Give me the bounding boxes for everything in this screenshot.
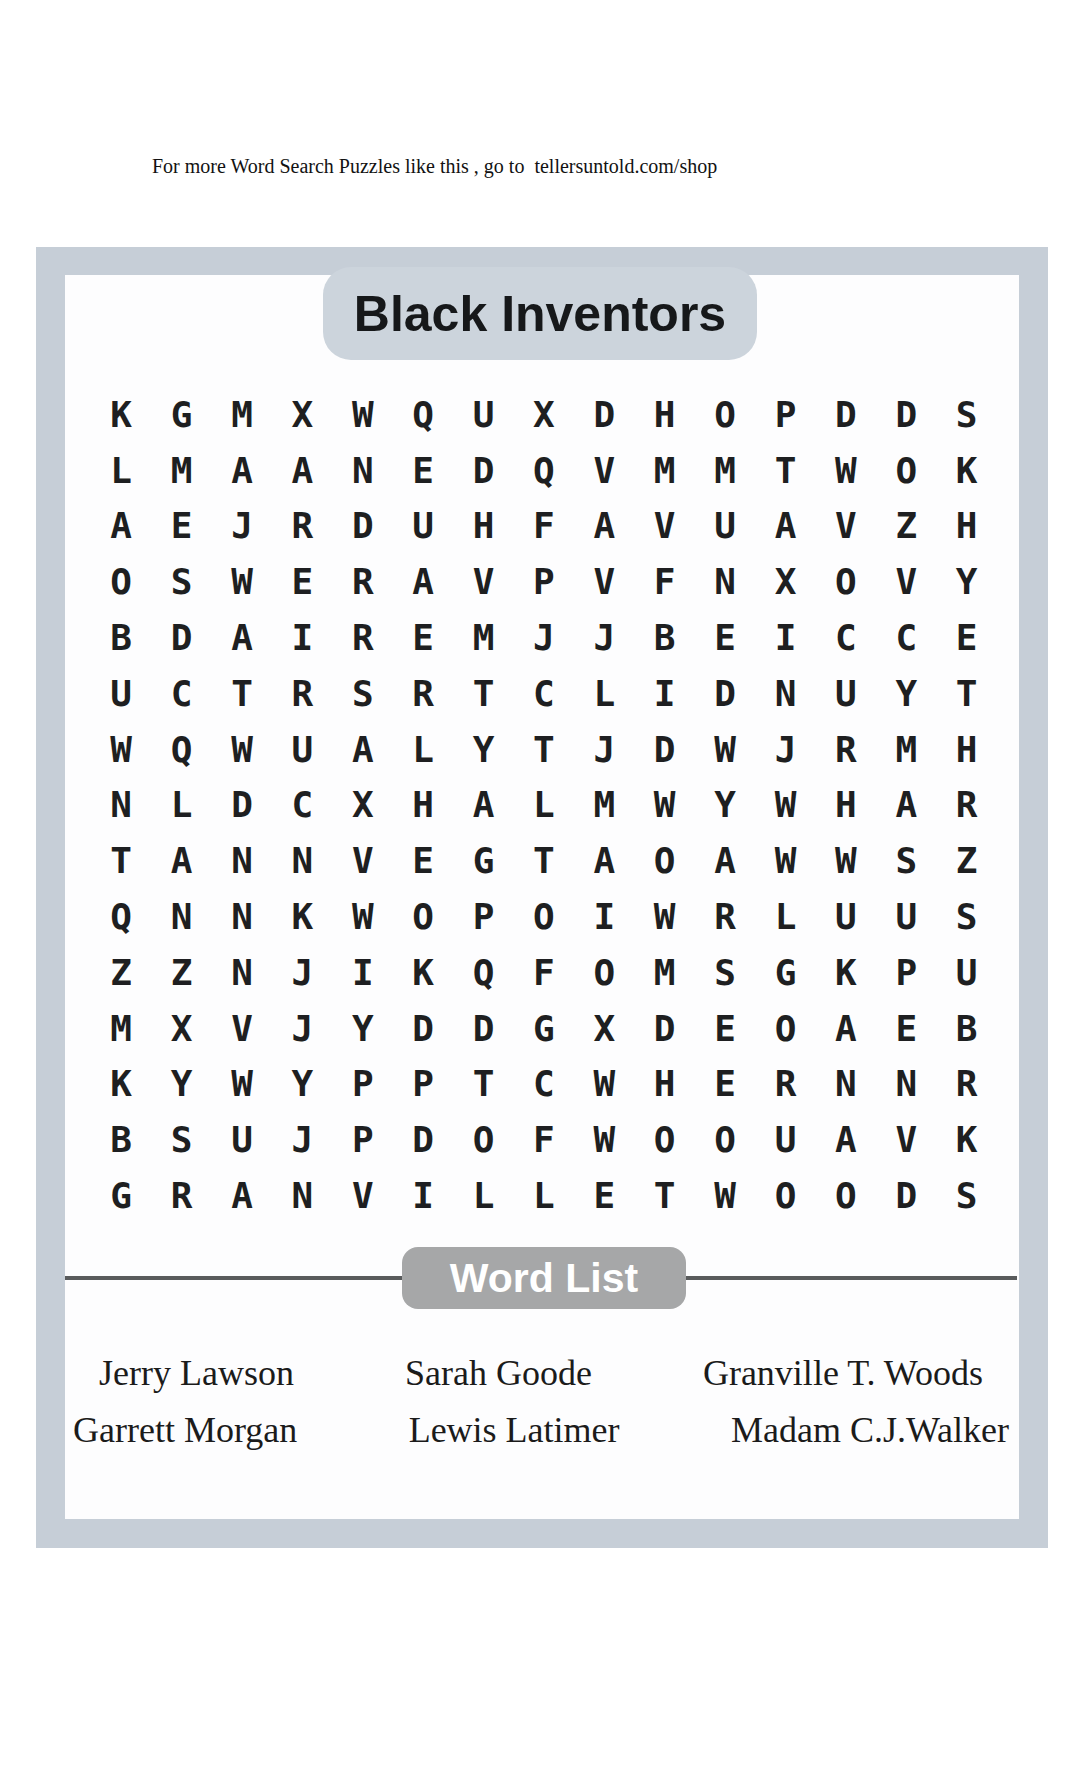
- grid-cell-r10c14[interactable]: U: [876, 889, 936, 945]
- shop-link[interactable]: tellersuntold.com/shop: [534, 155, 717, 177]
- grid-cell-r4c1[interactable]: O: [91, 554, 151, 610]
- grid-cell-r2c6[interactable]: E: [393, 443, 453, 499]
- grid-cell-r2c9[interactable]: V: [574, 443, 634, 499]
- grid-cell-r8c13[interactable]: H: [816, 778, 876, 834]
- grid-cell-r10c4[interactable]: K: [272, 889, 332, 945]
- grid-cell-r11c3[interactable]: N: [212, 945, 272, 1001]
- grid-cell-r9c8[interactable]: T: [514, 833, 574, 889]
- grid-cell-r6c7[interactable]: T: [453, 666, 513, 722]
- grid-cell-r13c14[interactable]: N: [876, 1057, 936, 1113]
- grid-cell-r2c10[interactable]: M: [635, 443, 695, 499]
- grid-cell-r7c3[interactable]: W: [212, 722, 272, 778]
- grid-cell-r6c3[interactable]: T: [212, 666, 272, 722]
- grid-cell-r7c2[interactable]: Q: [151, 722, 211, 778]
- grid-cell-r12c10[interactable]: D: [635, 1001, 695, 1057]
- grid-cell-r5c8[interactable]: J: [514, 610, 574, 666]
- grid-cell-r1c6[interactable]: Q: [393, 387, 453, 443]
- grid-cell-r12c13[interactable]: A: [816, 1001, 876, 1057]
- grid-cell-r7c10[interactable]: D: [635, 722, 695, 778]
- grid-cell-r8c15[interactable]: R: [936, 778, 996, 834]
- grid-cell-r13c5[interactable]: P: [333, 1057, 393, 1113]
- grid-cell-r3c13[interactable]: V: [816, 499, 876, 555]
- grid-cell-r11c13[interactable]: K: [816, 945, 876, 1001]
- grid-cell-r10c8[interactable]: O: [514, 889, 574, 945]
- grid-cell-r5c13[interactable]: C: [816, 610, 876, 666]
- grid-cell-r7c9[interactable]: J: [574, 722, 634, 778]
- grid-cell-r2c14[interactable]: O: [876, 443, 936, 499]
- grid-cell-r4c15[interactable]: Y: [936, 554, 996, 610]
- grid-cell-r1c5[interactable]: W: [333, 387, 393, 443]
- grid-cell-r8c11[interactable]: Y: [695, 778, 755, 834]
- grid-cell-r2c5[interactable]: N: [333, 443, 393, 499]
- grid-cell-r5c4[interactable]: I: [272, 610, 332, 666]
- grid-cell-r15c12[interactable]: O: [755, 1168, 815, 1224]
- grid-cell-r15c5[interactable]: V: [333, 1168, 393, 1224]
- grid-cell-r4c5[interactable]: R: [333, 554, 393, 610]
- grid-cell-r3c9[interactable]: A: [574, 499, 634, 555]
- grid-cell-r5c11[interactable]: E: [695, 610, 755, 666]
- grid-cell-r15c4[interactable]: N: [272, 1168, 332, 1224]
- grid-cell-r12c4[interactable]: J: [272, 1001, 332, 1057]
- grid-cell-r6c11[interactable]: D: [695, 666, 755, 722]
- grid-cell-r13c13[interactable]: N: [816, 1057, 876, 1113]
- grid-cell-r9c10[interactable]: O: [635, 833, 695, 889]
- grid-cell-r2c15[interactable]: K: [936, 443, 996, 499]
- grid-cell-r3c8[interactable]: F: [514, 499, 574, 555]
- grid-cell-r14c7[interactable]: O: [453, 1112, 513, 1168]
- grid-cell-r11c6[interactable]: K: [393, 945, 453, 1001]
- grid-cell-r14c1[interactable]: B: [91, 1112, 151, 1168]
- grid-cell-r11c14[interactable]: P: [876, 945, 936, 1001]
- grid-cell-r3c1[interactable]: A: [91, 499, 151, 555]
- grid-cell-r10c6[interactable]: O: [393, 889, 453, 945]
- grid-cell-r4c7[interactable]: V: [453, 554, 513, 610]
- grid-cell-r1c10[interactable]: H: [635, 387, 695, 443]
- grid-cell-r5c5[interactable]: R: [333, 610, 393, 666]
- word-list-row-2: Garrett MorganLewis LatimerMadam C.J.Wal…: [65, 1409, 1017, 1451]
- grid-cell-r3c10[interactable]: V: [635, 499, 695, 555]
- word-item: Sarah Goode: [405, 1352, 592, 1394]
- grid-cell-r4c2[interactable]: S: [151, 554, 211, 610]
- grid-cell-r15c7[interactable]: L: [453, 1168, 513, 1224]
- header-note-text: For more Word Search Puzzles like this ,…: [152, 155, 524, 177]
- grid-cell-r12c11[interactable]: E: [695, 1001, 755, 1057]
- word-item: Jerry Lawson: [99, 1352, 294, 1394]
- grid-cell-r4c6[interactable]: A: [393, 554, 453, 610]
- grid-cell-r5c3[interactable]: A: [212, 610, 272, 666]
- grid-cell-r11c12[interactable]: G: [755, 945, 815, 1001]
- word-item: Madam C.J.Walker: [731, 1409, 1009, 1451]
- grid-cell-r13c1[interactable]: K: [91, 1057, 151, 1113]
- grid-cell-r1c4[interactable]: X: [272, 387, 332, 443]
- word-item: Lewis Latimer: [409, 1409, 620, 1451]
- grid-cell-r5c7[interactable]: M: [453, 610, 513, 666]
- grid-cell-r12c12[interactable]: O: [755, 1001, 815, 1057]
- grid-cell-r7c6[interactable]: L: [393, 722, 453, 778]
- grid-cell-r9c5[interactable]: V: [333, 833, 393, 889]
- grid-cell-r7c12[interactable]: J: [755, 722, 815, 778]
- grid-cell-r14c5[interactable]: P: [333, 1112, 393, 1168]
- grid-cell-r5c2[interactable]: D: [151, 610, 211, 666]
- grid-cell-r10c9[interactable]: I: [574, 889, 634, 945]
- grid-cell-r15c8[interactable]: L: [514, 1168, 574, 1224]
- grid-cell-r10c13[interactable]: U: [816, 889, 876, 945]
- grid-cell-r15c1[interactable]: G: [91, 1168, 151, 1224]
- grid-cell-r13c11[interactable]: E: [695, 1057, 755, 1113]
- grid-cell-r13c4[interactable]: Y: [272, 1057, 332, 1113]
- grid-cell-r10c10[interactable]: W: [635, 889, 695, 945]
- grid-cell-r8c7[interactable]: A: [453, 778, 513, 834]
- grid-cell-r11c7[interactable]: Q: [453, 945, 513, 1001]
- grid-cell-r2c8[interactable]: Q: [514, 443, 574, 499]
- grid-cell-r11c9[interactable]: O: [574, 945, 634, 1001]
- grid-cell-r12c1[interactable]: M: [91, 1001, 151, 1057]
- puzzle-page: For more Word Search Puzzles like this ,…: [0, 0, 1088, 1792]
- grid-cell-r15c2[interactable]: R: [151, 1168, 211, 1224]
- grid-cell-r9c7[interactable]: G: [453, 833, 513, 889]
- grid-cell-r8c9[interactable]: M: [574, 778, 634, 834]
- grid-cell-r9c12[interactable]: W: [755, 833, 815, 889]
- grid-cell-r5c6[interactable]: E: [393, 610, 453, 666]
- grid-cell-r7c1[interactable]: W: [91, 722, 151, 778]
- grid-cell-r3c12[interactable]: A: [755, 499, 815, 555]
- grid-cell-r5c15[interactable]: E: [936, 610, 996, 666]
- grid-cell-r10c1[interactable]: Q: [91, 889, 151, 945]
- grid-cell-r2c11[interactable]: M: [695, 443, 755, 499]
- grid-cell-r13c7[interactable]: T: [453, 1057, 513, 1113]
- grid-cell-r11c4[interactable]: J: [272, 945, 332, 1001]
- grid-cell-r4c13[interactable]: O: [816, 554, 876, 610]
- grid-cell-r5c14[interactable]: C: [876, 610, 936, 666]
- grid-cell-r11c5[interactable]: I: [333, 945, 393, 1001]
- grid-cell-r13c2[interactable]: Y: [151, 1057, 211, 1113]
- grid-cell-r10c7[interactable]: P: [453, 889, 513, 945]
- letter-grid: KGMXWQUXDHOPDDSLMAANEDQVMMTWOKAEJRDUHFAV…: [91, 387, 997, 1224]
- grid-cell-r9c4[interactable]: N: [272, 833, 332, 889]
- grid-cell-r6c12[interactable]: N: [755, 666, 815, 722]
- grid-cell-r5c10[interactable]: B: [635, 610, 695, 666]
- grid-cell-r5c1[interactable]: B: [91, 610, 151, 666]
- grid-cell-r1c13[interactable]: D: [816, 387, 876, 443]
- grid-cell-r13c12[interactable]: R: [755, 1057, 815, 1113]
- grid-cell-r1c15[interactable]: S: [936, 387, 996, 443]
- grid-cell-r9c14[interactable]: S: [876, 833, 936, 889]
- grid-cell-r8c4[interactable]: C: [272, 778, 332, 834]
- grid-cell-r11c10[interactable]: M: [635, 945, 695, 1001]
- grid-cell-r15c14[interactable]: D: [876, 1168, 936, 1224]
- grid-cell-r4c14[interactable]: V: [876, 554, 936, 610]
- grid-cell-r15c15[interactable]: S: [936, 1168, 996, 1224]
- grid-cell-r2c7[interactable]: D: [453, 443, 513, 499]
- grid-cell-r3c3[interactable]: J: [212, 499, 272, 555]
- grid-cell-r3c6[interactable]: U: [393, 499, 453, 555]
- grid-cell-r12c5[interactable]: Y: [333, 1001, 393, 1057]
- grid-cell-r11c11[interactable]: S: [695, 945, 755, 1001]
- grid-cell-r12c3[interactable]: V: [212, 1001, 272, 1057]
- grid-cell-r4c9[interactable]: V: [574, 554, 634, 610]
- grid-cell-r2c12[interactable]: T: [755, 443, 815, 499]
- grid-cell-r6c10[interactable]: I: [635, 666, 695, 722]
- grid-cell-r12c8[interactable]: G: [514, 1001, 574, 1057]
- grid-cell-r1c3[interactable]: M: [212, 387, 272, 443]
- grid-cell-r15c11[interactable]: W: [695, 1168, 755, 1224]
- grid-cell-r9c15[interactable]: Z: [936, 833, 996, 889]
- grid-cell-r8c14[interactable]: A: [876, 778, 936, 834]
- grid-cell-r15c6[interactable]: I: [393, 1168, 453, 1224]
- grid-cell-r4c12[interactable]: X: [755, 554, 815, 610]
- grid-cell-r4c4[interactable]: E: [272, 554, 332, 610]
- grid-cell-r4c10[interactable]: F: [635, 554, 695, 610]
- grid-cell-r1c9[interactable]: D: [574, 387, 634, 443]
- grid-cell-r12c2[interactable]: X: [151, 1001, 211, 1057]
- grid-cell-r12c7[interactable]: D: [453, 1001, 513, 1057]
- grid-cell-r10c12[interactable]: L: [755, 889, 815, 945]
- grid-cell-r15c13[interactable]: O: [816, 1168, 876, 1224]
- grid-cell-r14c2[interactable]: S: [151, 1112, 211, 1168]
- grid-cell-r8c12[interactable]: W: [755, 778, 815, 834]
- grid-cell-r13c10[interactable]: H: [635, 1057, 695, 1113]
- grid-cell-r9c11[interactable]: A: [695, 833, 755, 889]
- grid-cell-r6c2[interactable]: C: [151, 666, 211, 722]
- grid-cell-r6c8[interactable]: C: [514, 666, 574, 722]
- grid-cell-r13c8[interactable]: C: [514, 1057, 574, 1113]
- grid-cell-r1c2[interactable]: G: [151, 387, 211, 443]
- grid-cell-r8c8[interactable]: L: [514, 778, 574, 834]
- grid-cell-r1c14[interactable]: D: [876, 387, 936, 443]
- grid-cell-r8c3[interactable]: D: [212, 778, 272, 834]
- grid-cell-r12c15[interactable]: B: [936, 1001, 996, 1057]
- grid-cell-r4c11[interactable]: N: [695, 554, 755, 610]
- grid-cell-r7c8[interactable]: T: [514, 722, 574, 778]
- grid-cell-r6c15[interactable]: T: [936, 666, 996, 722]
- grid-cell-r8c2[interactable]: L: [151, 778, 211, 834]
- grid-cell-r9c1[interactable]: T: [91, 833, 151, 889]
- grid-cell-r13c9[interactable]: W: [574, 1057, 634, 1113]
- word-item: Garrett Morgan: [73, 1409, 297, 1451]
- grid-cell-r8c10[interactable]: W: [635, 778, 695, 834]
- grid-cell-r7c14[interactable]: M: [876, 722, 936, 778]
- grid-cell-r14c6[interactable]: D: [393, 1112, 453, 1168]
- grid-cell-r13c15[interactable]: R: [936, 1057, 996, 1113]
- grid-cell-r7c4[interactable]: U: [272, 722, 332, 778]
- grid-cell-r7c15[interactable]: H: [936, 722, 996, 778]
- grid-cell-r15c3[interactable]: A: [212, 1168, 272, 1224]
- grid-cell-r14c3[interactable]: U: [212, 1112, 272, 1168]
- header-note: For more Word Search Puzzles like this ,…: [152, 155, 717, 178]
- grid-cell-r1c8[interactable]: X: [514, 387, 574, 443]
- grid-cell-r11c8[interactable]: F: [514, 945, 574, 1001]
- grid-cell-r8c5[interactable]: X: [333, 778, 393, 834]
- word-item: Granville T. Woods: [703, 1352, 983, 1394]
- grid-cell-r12c9[interactable]: X: [574, 1001, 634, 1057]
- grid-cell-r14c13[interactable]: A: [816, 1112, 876, 1168]
- grid-cell-r9c3[interactable]: N: [212, 833, 272, 889]
- grid-cell-r6c1[interactable]: U: [91, 666, 151, 722]
- grid-cell-r12c14[interactable]: E: [876, 1001, 936, 1057]
- grid-cell-r7c11[interactable]: W: [695, 722, 755, 778]
- grid-cell-r2c2[interactable]: M: [151, 443, 211, 499]
- grid-cell-r8c6[interactable]: H: [393, 778, 453, 834]
- grid-cell-r3c11[interactable]: U: [695, 499, 755, 555]
- grid-cell-r3c14[interactable]: Z: [876, 499, 936, 555]
- grid-cell-r14c11[interactable]: O: [695, 1112, 755, 1168]
- grid-cell-r11c15[interactable]: U: [936, 945, 996, 1001]
- grid-cell-r11c2[interactable]: Z: [151, 945, 211, 1001]
- grid-cell-r10c2[interactable]: N: [151, 889, 211, 945]
- grid-cell-r14c15[interactable]: K: [936, 1112, 996, 1168]
- puzzle-title-badge: Black Inventors: [323, 267, 757, 360]
- grid-cell-r6c6[interactable]: R: [393, 666, 453, 722]
- grid-cell-r4c8[interactable]: P: [514, 554, 574, 610]
- grid-cell-r11c1[interactable]: Z: [91, 945, 151, 1001]
- grid-cell-r9c13[interactable]: W: [816, 833, 876, 889]
- grid-cell-r3c7[interactable]: H: [453, 499, 513, 555]
- grid-cell-r9c9[interactable]: A: [574, 833, 634, 889]
- grid-cell-r10c15[interactable]: S: [936, 889, 996, 945]
- grid-cell-r2c1[interactable]: L: [91, 443, 151, 499]
- word-list-title: Word List: [450, 1255, 638, 1302]
- grid-cell-r3c15[interactable]: H: [936, 499, 996, 555]
- grid-cell-r2c13[interactable]: W: [816, 443, 876, 499]
- grid-cell-r3c4[interactable]: R: [272, 499, 332, 555]
- grid-cell-r10c11[interactable]: R: [695, 889, 755, 945]
- grid-cell-r3c2[interactable]: E: [151, 499, 211, 555]
- grid-cell-r6c5[interactable]: S: [333, 666, 393, 722]
- word-list-row-1: Jerry LawsonSarah GoodeGranville T. Wood…: [65, 1352, 1017, 1394]
- grid-cell-r10c5[interactable]: W: [333, 889, 393, 945]
- grid-cell-r9c2[interactable]: A: [151, 833, 211, 889]
- grid-cell-r4c3[interactable]: W: [212, 554, 272, 610]
- grid-cell-r3c5[interactable]: D: [333, 499, 393, 555]
- grid-cell-r1c7[interactable]: U: [453, 387, 513, 443]
- puzzle-title: Black Inventors: [354, 285, 726, 343]
- grid-cell-r5c9[interactable]: J: [574, 610, 634, 666]
- grid-cell-r6c4[interactable]: R: [272, 666, 332, 722]
- grid-cell-r6c13[interactable]: U: [816, 666, 876, 722]
- grid-cell-r1c12[interactable]: P: [755, 387, 815, 443]
- grid-cell-r8c1[interactable]: N: [91, 778, 151, 834]
- grid-cell-r14c14[interactable]: V: [876, 1112, 936, 1168]
- grid-cell-r14c10[interactable]: O: [635, 1112, 695, 1168]
- grid-cell-r14c4[interactable]: J: [272, 1112, 332, 1168]
- grid-cell-r14c12[interactable]: U: [755, 1112, 815, 1168]
- grid-cell-r13c3[interactable]: W: [212, 1057, 272, 1113]
- grid-cell-r10c3[interactable]: N: [212, 889, 272, 945]
- grid-cell-r12c6[interactable]: D: [393, 1001, 453, 1057]
- grid-cell-r5c12[interactable]: I: [755, 610, 815, 666]
- grid-cell-r15c10[interactable]: T: [635, 1168, 695, 1224]
- grid-cell-r6c14[interactable]: Y: [876, 666, 936, 722]
- grid-cell-r14c8[interactable]: F: [514, 1112, 574, 1168]
- word-list-badge: Word List: [402, 1247, 686, 1309]
- grid-cell-r15c9[interactable]: E: [574, 1168, 634, 1224]
- grid-cell-r7c13[interactable]: R: [816, 722, 876, 778]
- grid-cell-r9c6[interactable]: E: [393, 833, 453, 889]
- grid-cell-r1c11[interactable]: O: [695, 387, 755, 443]
- grid-cell-r7c7[interactable]: Y: [453, 722, 513, 778]
- grid-cell-r13c6[interactable]: P: [393, 1057, 453, 1113]
- grid-cell-r2c4[interactable]: A: [272, 443, 332, 499]
- grid-cell-r14c9[interactable]: W: [574, 1112, 634, 1168]
- grid-cell-r7c5[interactable]: A: [333, 722, 393, 778]
- grid-cell-r1c1[interactable]: K: [91, 387, 151, 443]
- grid-cell-r2c3[interactable]: A: [212, 443, 272, 499]
- grid-cell-r6c9[interactable]: L: [574, 666, 634, 722]
